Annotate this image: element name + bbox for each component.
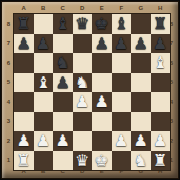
square-b4[interactable] — [34, 92, 54, 112]
square-c3[interactable] — [53, 112, 73, 132]
file-label-c: C — [53, 4, 73, 13]
square-d7[interactable] — [73, 34, 93, 54]
square-a4[interactable] — [14, 92, 34, 112]
rank-label-1: 1 — [4, 151, 13, 171]
rank-label-2: 2 — [4, 131, 13, 151]
square-e8[interactable]: ♚ — [92, 14, 112, 34]
square-c7[interactable] — [53, 34, 73, 54]
piece-white-bishop-h6[interactable]: ♝ — [151, 53, 171, 73]
piece-white-knight-g1[interactable]: ♞ — [131, 151, 151, 171]
square-d6[interactable] — [73, 53, 93, 73]
file-label-g: G — [131, 4, 151, 13]
piece-white-queen-d1[interactable]: ♛ — [73, 151, 93, 171]
square-c4[interactable] — [53, 92, 73, 112]
square-f6[interactable] — [112, 53, 132, 73]
square-c1[interactable] — [53, 151, 73, 171]
piece-white-knight-d5[interactable]: ♞ — [73, 73, 93, 93]
square-g3[interactable] — [131, 112, 151, 132]
square-h4[interactable] — [151, 92, 171, 112]
piece-white-pawn-f2[interactable]: ♟ — [112, 131, 132, 151]
file-label-f: F — [112, 4, 132, 13]
square-g6[interactable] — [131, 53, 151, 73]
rank-label-6: 6 — [4, 53, 13, 73]
file-labels-top: ABCDEFGH — [14, 4, 170, 13]
piece-black-pawn-e7[interactable]: ♟ — [92, 34, 112, 54]
square-a1[interactable]: ♜ — [14, 151, 34, 171]
piece-white-rook-h1[interactable]: ♜ — [151, 151, 171, 171]
square-a7[interactable]: ♟ — [14, 34, 34, 54]
square-d1[interactable]: ♛ — [73, 151, 93, 171]
square-a8[interactable]: ♜ — [14, 14, 34, 34]
square-d4[interactable]: ♟ — [73, 92, 93, 112]
square-h7[interactable]: ♟ — [151, 34, 171, 54]
square-g8[interactable] — [131, 14, 151, 34]
square-f2[interactable]: ♟ — [112, 131, 132, 151]
square-g4[interactable] — [131, 92, 151, 112]
square-b3[interactable] — [34, 112, 54, 132]
piece-black-pawn-c5[interactable]: ♟ — [53, 73, 73, 93]
square-b6[interactable] — [34, 53, 54, 73]
square-e5[interactable] — [92, 73, 112, 93]
piece-white-pawn-g2[interactable]: ♟ — [131, 131, 151, 151]
square-f3[interactable] — [112, 112, 132, 132]
square-e7[interactable]: ♟ — [92, 34, 112, 54]
rank-label-3: 3 — [4, 112, 13, 132]
piece-white-pawn-c2[interactable]: ♟ — [53, 131, 73, 151]
square-b5[interactable]: ♝ — [34, 73, 54, 93]
square-h1[interactable]: ♜ — [151, 151, 171, 171]
piece-white-pawn-d4[interactable]: ♟ — [73, 92, 93, 112]
square-h3[interactable] — [151, 112, 171, 132]
square-f7[interactable]: ♟ — [112, 34, 132, 54]
square-b1[interactable] — [34, 151, 54, 171]
piece-black-queen-d8[interactable]: ♛ — [73, 14, 93, 34]
square-a3[interactable] — [14, 112, 34, 132]
square-c8[interactable]: ♝ — [53, 14, 73, 34]
square-c6[interactable]: ♞ — [53, 53, 73, 73]
square-d3[interactable] — [73, 112, 93, 132]
rank-label-8: 8 — [4, 14, 13, 34]
rank-labels-left: 87654321 — [4, 14, 13, 170]
rank-label-5: 5 — [4, 73, 13, 93]
square-d5[interactable]: ♞ — [73, 73, 93, 93]
piece-black-pawn-h7[interactable]: ♟ — [151, 34, 171, 54]
square-e1[interactable]: ♚ — [92, 151, 112, 171]
square-h5[interactable] — [151, 73, 171, 93]
square-g1[interactable]: ♞ — [131, 151, 151, 171]
square-a5[interactable] — [14, 73, 34, 93]
square-e4[interactable]: ♟ — [92, 92, 112, 112]
rank-label-4: 4 — [4, 92, 13, 112]
piece-white-bishop-b5[interactable]: ♝ — [34, 73, 54, 93]
square-f1[interactable] — [112, 151, 132, 171]
file-label-e: E — [92, 4, 112, 13]
square-h8[interactable]: ♜ — [151, 14, 171, 34]
piece-white-pawn-a2[interactable]: ♟ — [14, 131, 34, 151]
board-frame: ABCDEFGH ABCDEFGH 87654321 87654321 ♜♝♛♚… — [1, 1, 179, 179]
piece-white-pawn-e4[interactable]: ♟ — [92, 92, 112, 112]
square-a6[interactable] — [14, 53, 34, 73]
square-f5[interactable] — [112, 73, 132, 93]
square-a2[interactable]: ♟ — [14, 131, 34, 151]
file-label-d: D — [73, 4, 93, 13]
square-e6[interactable] — [92, 53, 112, 73]
piece-white-rook-a1[interactable]: ♜ — [14, 151, 34, 171]
square-f4[interactable] — [112, 92, 132, 112]
file-label-b: B — [34, 4, 54, 13]
piece-black-king-e8[interactable]: ♚ — [92, 14, 112, 34]
square-g7[interactable]: ♟ — [131, 34, 151, 54]
file-label-h: H — [151, 4, 171, 13]
square-h2[interactable]: ♟ — [151, 131, 171, 151]
square-b8[interactable] — [34, 14, 54, 34]
piece-black-pawn-b7[interactable]: ♟ — [34, 34, 54, 54]
piece-white-king-e1[interactable]: ♚ — [92, 151, 112, 171]
chess-app-screen: ABCDEFGH ABCDEFGH 87654321 87654321 ♜♝♛♚… — [0, 0, 180, 180]
piece-black-knight-c6[interactable]: ♞ — [53, 53, 73, 73]
piece-black-bishop-f8[interactable]: ♝ — [112, 14, 132, 34]
piece-black-bishop-c8[interactable]: ♝ — [53, 14, 73, 34]
square-e2[interactable] — [92, 131, 112, 151]
square-c2[interactable]: ♟ — [53, 131, 73, 151]
piece-white-pawn-h2[interactable]: ♟ — [151, 131, 171, 151]
square-g2[interactable]: ♟ — [131, 131, 151, 151]
square-d2[interactable] — [73, 131, 93, 151]
square-f8[interactable]: ♝ — [112, 14, 132, 34]
square-d8[interactable]: ♛ — [73, 14, 93, 34]
square-g5[interactable] — [131, 73, 151, 93]
piece-black-rook-a8[interactable]: ♜ — [14, 14, 34, 34]
square-b2[interactable]: ♟ — [34, 131, 54, 151]
file-label-a: A — [14, 4, 34, 13]
piece-black-pawn-a7[interactable]: ♟ — [14, 34, 34, 54]
rank-label-7: 7 — [4, 34, 13, 54]
square-e3[interactable] — [92, 112, 112, 132]
square-b7[interactable]: ♟ — [34, 34, 54, 54]
piece-black-pawn-g7[interactable]: ♟ — [131, 34, 151, 54]
square-h6[interactable]: ♝ — [151, 53, 171, 73]
square-c5[interactable]: ♟ — [53, 73, 73, 93]
board-grid: ♜♝♛♚♝♜♟♟♟♟♟♟♞♝♝♟♞♟♟♟♟♟♟♟♟♜♛♚♞♜ — [13, 13, 171, 171]
piece-black-pawn-f7[interactable]: ♟ — [112, 34, 132, 54]
piece-black-rook-h8[interactable]: ♜ — [151, 14, 171, 34]
piece-white-pawn-b2[interactable]: ♟ — [34, 131, 54, 151]
